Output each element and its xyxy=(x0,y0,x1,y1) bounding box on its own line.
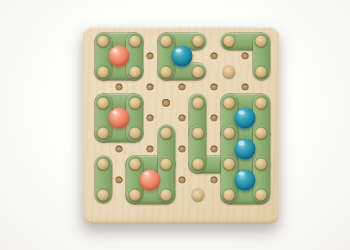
teal-marble[interactable] xyxy=(235,169,256,190)
marble-hole xyxy=(210,115,217,122)
marble-hole xyxy=(242,53,249,60)
marble-hole xyxy=(147,115,154,122)
peg xyxy=(98,66,109,77)
peg xyxy=(192,36,203,47)
photo-scene xyxy=(0,0,350,250)
marble-hole xyxy=(210,145,217,152)
marble-hole xyxy=(179,84,186,91)
peg xyxy=(192,190,203,201)
peg xyxy=(98,97,109,108)
teal-marble[interactable] xyxy=(235,108,256,129)
peg xyxy=(161,66,172,77)
peg xyxy=(256,66,267,77)
marble-hole xyxy=(210,84,217,91)
peg xyxy=(129,190,140,201)
peg xyxy=(256,36,267,47)
peg xyxy=(98,128,109,139)
peg xyxy=(192,97,203,108)
peg xyxy=(256,128,267,139)
peg xyxy=(98,190,109,201)
peg xyxy=(256,159,267,170)
orange-marble[interactable] xyxy=(108,108,129,129)
peg xyxy=(129,97,140,108)
peg xyxy=(129,36,140,47)
peg xyxy=(224,128,235,139)
pegboard xyxy=(83,27,279,224)
marble-hole xyxy=(242,84,249,91)
peg xyxy=(192,159,203,170)
peg xyxy=(129,128,140,139)
peg xyxy=(256,97,267,108)
peg xyxy=(129,159,140,170)
orange-marble[interactable] xyxy=(108,46,129,67)
peg xyxy=(161,36,172,47)
marble-hole xyxy=(147,84,154,91)
peg xyxy=(161,128,172,139)
marble-hole xyxy=(179,176,186,183)
marble-hole xyxy=(179,115,186,122)
orange-marble[interactable] xyxy=(140,169,161,190)
peg xyxy=(224,36,235,47)
teal-marble[interactable] xyxy=(235,138,256,159)
peg xyxy=(129,66,140,77)
peg xyxy=(224,66,235,77)
marble-hole xyxy=(115,84,122,91)
marble-hole xyxy=(147,145,154,152)
peg xyxy=(224,190,235,201)
peg xyxy=(98,159,109,170)
marble-hole xyxy=(115,145,122,152)
peg xyxy=(98,36,109,47)
teal-marble[interactable] xyxy=(172,46,193,67)
peg xyxy=(224,97,235,108)
marble-hole xyxy=(179,145,186,152)
marble-hole xyxy=(210,176,217,183)
marble-hole xyxy=(210,53,217,60)
peg xyxy=(161,190,172,201)
peg-hole xyxy=(162,99,170,107)
peg xyxy=(192,128,203,139)
marble-hole xyxy=(115,176,122,183)
peg xyxy=(256,190,267,201)
marble-hole xyxy=(147,53,154,60)
peg xyxy=(224,159,235,170)
peg xyxy=(161,159,172,170)
peg xyxy=(192,66,203,77)
